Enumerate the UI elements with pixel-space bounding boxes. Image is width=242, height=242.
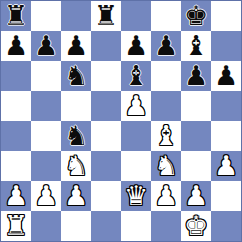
square-g2[interactable]: ♟ [181,181,211,211]
black-pawn: ♟ [34,32,58,59]
black-bishop: ♝ [184,32,208,59]
square-h1[interactable] [211,211,241,241]
square-b3[interactable] [31,151,61,181]
square-g5[interactable] [181,91,211,121]
square-b5[interactable] [31,91,61,121]
square-b6[interactable] [31,61,61,91]
black-pawn: ♟ [184,62,208,89]
square-a8[interactable]: ♜ [1,1,31,31]
black-pawn: ♟ [154,32,178,59]
black-knight: ♞ [64,62,88,89]
square-d2[interactable] [91,181,121,211]
square-h8[interactable] [211,1,241,31]
square-b7[interactable]: ♟ [31,31,61,61]
black-bishop: ♝ [124,62,148,89]
white-king: ♚ [184,212,208,239]
white-pawn: ♟ [34,182,58,209]
square-d8[interactable]: ♜ [91,1,121,31]
white-bishop: ♝ [154,122,178,149]
white-rook: ♜ [4,212,28,239]
white-pawn: ♟ [214,152,238,179]
square-c5[interactable] [61,91,91,121]
white-pawn: ♟ [4,182,28,209]
square-b4[interactable] [31,121,61,151]
square-h6[interactable]: ♟ [211,61,241,91]
square-g3[interactable] [181,151,211,181]
square-c8[interactable] [61,1,91,31]
white-pawn: ♟ [124,92,148,119]
square-d6[interactable] [91,61,121,91]
square-a6[interactable] [1,61,31,91]
black-pawn: ♟ [64,32,88,59]
square-e4[interactable] [121,121,151,151]
black-pawn: ♟ [214,62,238,89]
square-f3[interactable]: ♞ [151,151,181,181]
square-d7[interactable] [91,31,121,61]
black-king: ♚ [184,2,208,29]
square-g1[interactable]: ♚ [181,211,211,241]
square-c2[interactable]: ♟ [61,181,91,211]
square-g4[interactable] [181,121,211,151]
square-b2[interactable]: ♟ [31,181,61,211]
square-e7[interactable]: ♟ [121,31,151,61]
square-c7[interactable]: ♟ [61,31,91,61]
square-a1[interactable]: ♜ [1,211,31,241]
square-f4[interactable]: ♝ [151,121,181,151]
square-h2[interactable] [211,181,241,211]
square-d1[interactable] [91,211,121,241]
square-g8[interactable]: ♚ [181,1,211,31]
white-pawn: ♟ [184,182,208,209]
square-f5[interactable] [151,91,181,121]
white-pawn: ♟ [154,182,178,209]
square-f7[interactable]: ♟ [151,31,181,61]
black-pawn: ♟ [124,32,148,59]
square-d4[interactable] [91,121,121,151]
black-rook: ♜ [94,2,118,29]
square-b8[interactable] [31,1,61,31]
square-f8[interactable] [151,1,181,31]
square-a5[interactable] [1,91,31,121]
square-h4[interactable] [211,121,241,151]
white-pawn: ♟ [64,182,88,209]
square-f2[interactable]: ♟ [151,181,181,211]
square-a2[interactable]: ♟ [1,181,31,211]
square-f6[interactable] [151,61,181,91]
black-rook: ♜ [4,2,28,29]
black-pawn: ♟ [4,32,28,59]
square-e8[interactable] [121,1,151,31]
square-c3[interactable]: ♞ [61,151,91,181]
square-c4[interactable]: ♞ [61,121,91,151]
square-e2[interactable]: ♛ [121,181,151,211]
square-d5[interactable] [91,91,121,121]
square-e6[interactable]: ♝ [121,61,151,91]
square-f1[interactable] [151,211,181,241]
square-e3[interactable] [121,151,151,181]
square-c6[interactable]: ♞ [61,61,91,91]
square-d3[interactable] [91,151,121,181]
square-g6[interactable]: ♟ [181,61,211,91]
white-queen: ♛ [124,182,148,209]
square-e5[interactable]: ♟ [121,91,151,121]
square-h3[interactable]: ♟ [211,151,241,181]
square-h5[interactable] [211,91,241,121]
square-a7[interactable]: ♟ [1,31,31,61]
white-knight: ♞ [154,152,178,179]
square-e1[interactable] [121,211,151,241]
square-c1[interactable] [61,211,91,241]
square-a3[interactable] [1,151,31,181]
white-knight: ♞ [64,152,88,179]
square-h7[interactable] [211,31,241,61]
chess-board: ♜♜♚♟♟♟♟♟♝♞♝♟♟♟♞♝♞♞♟♟♟♟♛♟♟♜♚ [0,0,242,242]
square-a4[interactable] [1,121,31,151]
square-g7[interactable]: ♝ [181,31,211,61]
black-knight: ♞ [64,122,88,149]
square-b1[interactable] [31,211,61,241]
